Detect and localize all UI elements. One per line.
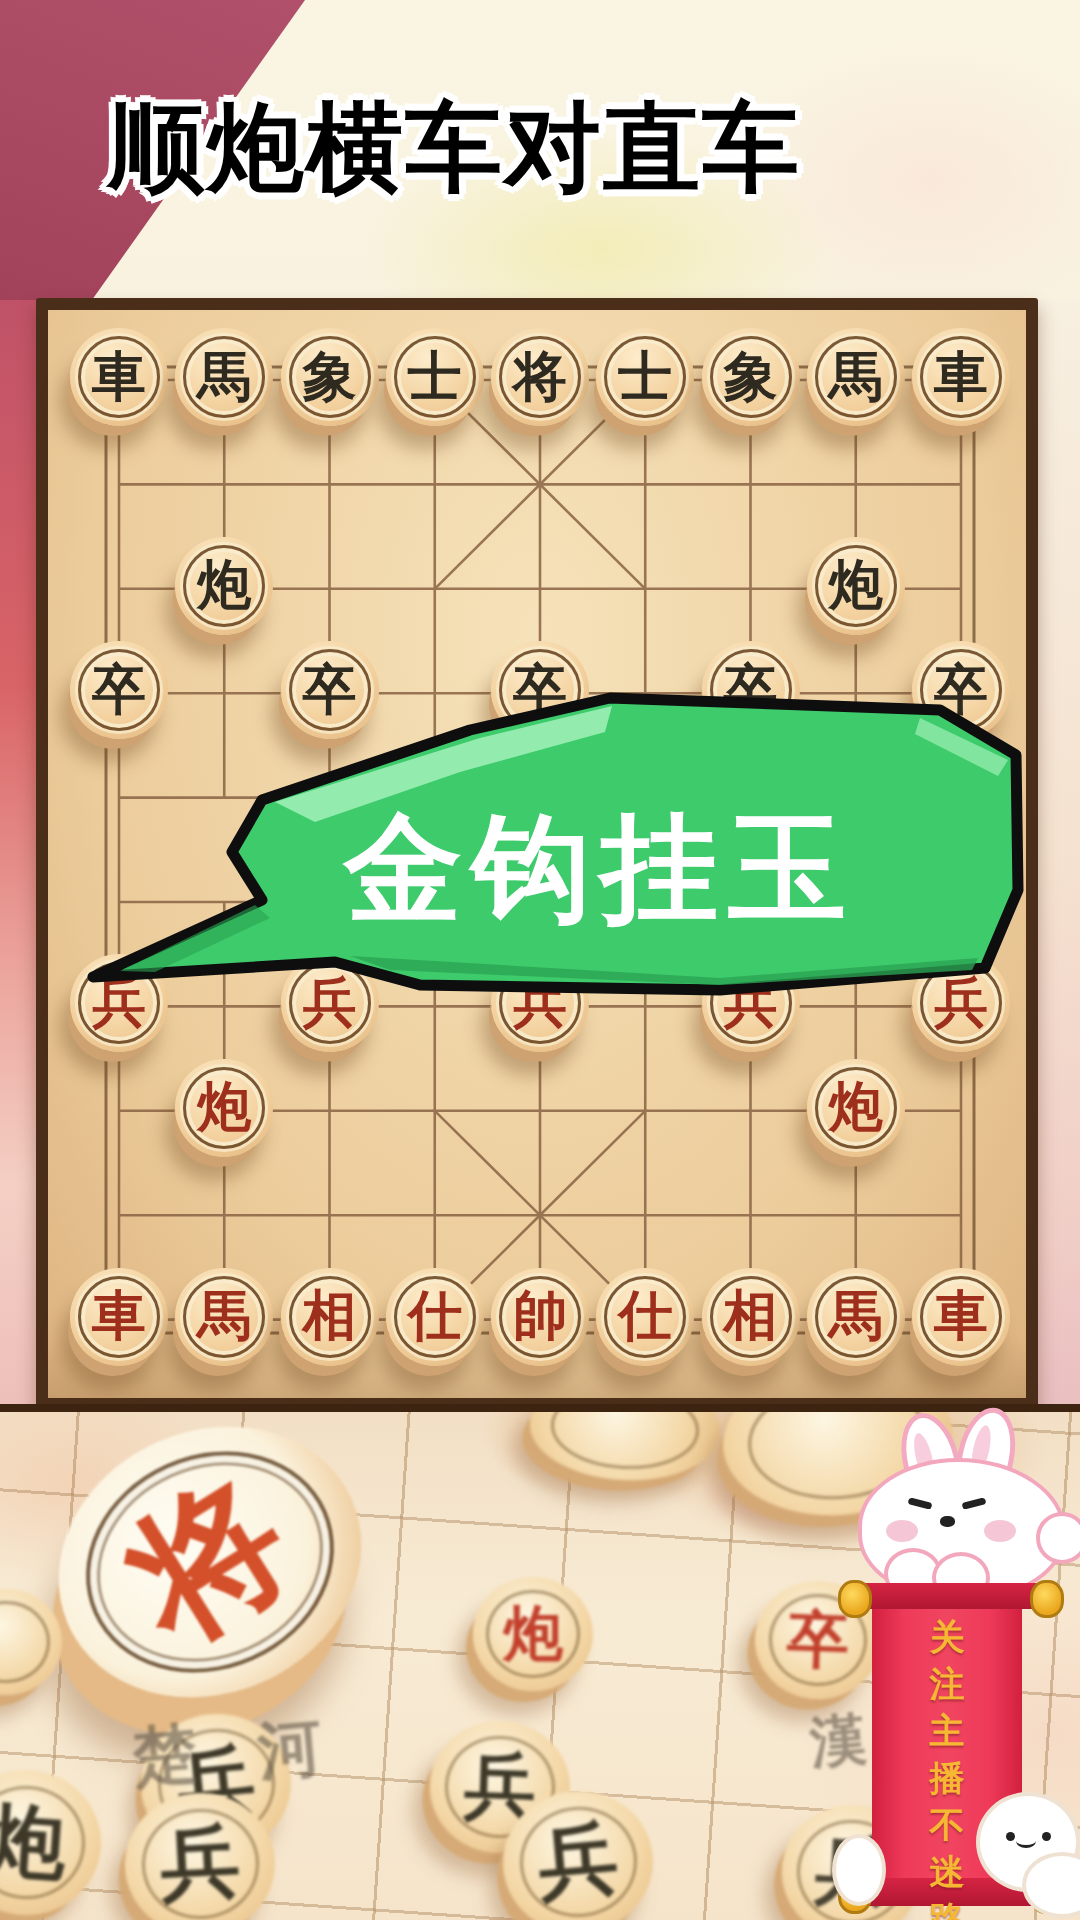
photo-piece-glyph: 兵 xyxy=(497,1785,659,1920)
piece-glyph: 象 xyxy=(281,328,379,426)
board-piece[interactable]: 車 xyxy=(70,1268,168,1366)
photo-piece-glyph: 炮 xyxy=(473,1577,593,1691)
piece-glyph: 馬 xyxy=(175,328,273,426)
river-text: 河 xyxy=(254,1703,325,1795)
piece-glyph: 馬 xyxy=(175,1268,273,1366)
photo-piece: 兵 xyxy=(497,1785,659,1920)
scroll-char: 迷 xyxy=(930,1849,965,1896)
photo-piece-glyph: 炮 xyxy=(0,1764,106,1919)
scroll-knob-icon xyxy=(1030,1580,1064,1618)
piece-glyph: 車 xyxy=(912,328,1010,426)
piece-glyph: 炮 xyxy=(807,537,905,635)
scroll-char: 主 xyxy=(930,1708,965,1755)
background-right-strip xyxy=(1036,300,1080,1404)
board-piece[interactable]: 象 xyxy=(702,328,800,426)
piece-glyph: 炮 xyxy=(175,537,273,635)
board-piece[interactable]: 馬 xyxy=(807,328,905,426)
photo-piece: 炮 xyxy=(0,1764,106,1919)
board-piece[interactable]: 士 xyxy=(596,328,694,426)
piece-glyph: 将 xyxy=(491,328,589,426)
piece-glyph: 象 xyxy=(702,328,800,426)
background-left-strip xyxy=(0,300,38,1404)
board-piece[interactable]: 象 xyxy=(281,328,379,426)
piece-glyph: 車 xyxy=(70,328,168,426)
board-piece[interactable]: 炮 xyxy=(807,1059,905,1157)
river-text: 楚 xyxy=(129,1709,200,1801)
board-piece[interactable]: 炮 xyxy=(175,1059,273,1157)
photo-piece: 将 xyxy=(15,1404,405,1745)
photo-piece-blurred xyxy=(527,1404,722,1485)
piece-glyph: 馬 xyxy=(807,328,905,426)
river-text: 漢 xyxy=(807,1702,869,1783)
scroll-knob-icon xyxy=(838,1580,872,1618)
board-piece[interactable]: 士 xyxy=(386,328,484,426)
board-piece[interactable]: 炮 xyxy=(807,537,905,635)
board-piece[interactable]: 炮 xyxy=(175,537,273,635)
piece-glyph: 士 xyxy=(386,328,484,426)
piece-glyph: 相 xyxy=(702,1268,800,1366)
board-piece[interactable]: 仕 xyxy=(386,1268,484,1366)
board-piece[interactable]: 将 xyxy=(491,328,589,426)
board-piece[interactable]: 車 xyxy=(912,328,1010,426)
piece-glyph: 炮 xyxy=(175,1059,273,1157)
piece-glyph: 車 xyxy=(70,1268,168,1366)
piece-glyph: 馬 xyxy=(807,1268,905,1366)
scroll-rod-top xyxy=(850,1583,1046,1609)
photo-piece-glyph: 兵 xyxy=(121,1789,278,1920)
scroll-char: 路 xyxy=(930,1896,965,1920)
photo-piece: 兵 xyxy=(121,1789,278,1920)
photo-piece-blurred xyxy=(0,1589,62,1695)
bubble-caption: 金钩挂玉 xyxy=(250,795,950,945)
board-piece[interactable]: 相 xyxy=(702,1268,800,1366)
piece-glyph: 仕 xyxy=(596,1268,694,1366)
rabbit-cheek xyxy=(886,1520,918,1542)
scroll-char: 不 xyxy=(930,1802,965,1849)
scroll-char: 播 xyxy=(930,1755,965,1802)
scroll-char: 注 xyxy=(930,1661,965,1708)
rabbit-tail xyxy=(1036,1512,1080,1564)
board-piece[interactable]: 帥 xyxy=(491,1268,589,1366)
board-piece[interactable]: 相 xyxy=(281,1268,379,1366)
page-title: 顺炮横车对直车 xyxy=(108,84,801,215)
stage: 顺炮横车对直车 車馬象士将士象馬車炮炮卒卒卒卒卒兵兵兵兵兵炮炮車馬相仕帥仕相馬車… xyxy=(0,0,1080,1920)
piece-glyph: 相 xyxy=(281,1268,379,1366)
board-piece[interactable]: 車 xyxy=(70,328,168,426)
board-piece[interactable]: 車 xyxy=(912,1268,1010,1366)
board-piece[interactable]: 馬 xyxy=(175,328,273,426)
blob-paw xyxy=(832,1834,886,1906)
rabbit-cheek xyxy=(984,1520,1016,1542)
piece-glyph: 仕 xyxy=(386,1268,484,1366)
piece-glyph: 炮 xyxy=(807,1059,905,1157)
rabbit-nose xyxy=(940,1516,955,1527)
photo-piece: 炮 xyxy=(473,1577,593,1691)
piece-glyph: 車 xyxy=(912,1268,1010,1366)
photo-piece-glyph: 将 xyxy=(9,1404,411,1755)
scroll-char: 关 xyxy=(930,1614,965,1661)
piece-glyph: 帥 xyxy=(491,1268,589,1366)
piece-glyph: 士 xyxy=(596,328,694,426)
board-piece[interactable]: 馬 xyxy=(175,1268,273,1366)
board-piece[interactable]: 仕 xyxy=(596,1268,694,1366)
board-piece[interactable]: 馬 xyxy=(807,1268,905,1366)
